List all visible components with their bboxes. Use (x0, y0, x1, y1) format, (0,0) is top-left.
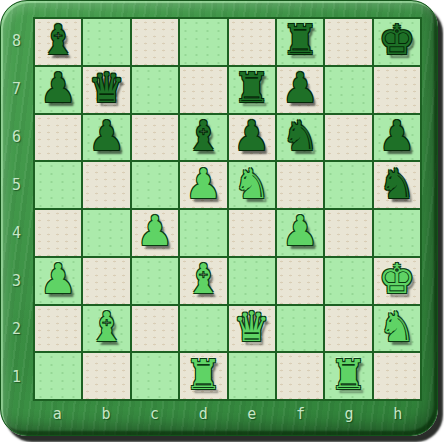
square-h5[interactable]: ♞ (374, 162, 420, 208)
file-labels: abcdefgh (33, 401, 422, 426)
square-d2[interactable] (180, 306, 226, 352)
square-d6[interactable]: ♝ (180, 115, 226, 161)
square-f2[interactable] (277, 306, 323, 352)
square-d5[interactable]: ♟ (180, 162, 226, 208)
square-a7[interactable]: ♟ (35, 67, 81, 113)
square-e2[interactable]: ♛ (229, 306, 275, 352)
black-knight[interactable]: ♞ (282, 116, 319, 157)
square-b6[interactable]: ♟ (83, 115, 129, 161)
rank-label-6: 6 (0, 113, 33, 161)
square-c2[interactable] (132, 306, 178, 352)
square-a5[interactable] (35, 162, 81, 208)
black-bishop[interactable]: ♝ (185, 116, 222, 157)
square-e6[interactable]: ♟ (229, 115, 275, 161)
square-b7[interactable]: ♛ (83, 67, 129, 113)
white-bishop[interactable]: ♝ (88, 307, 125, 348)
square-g6[interactable] (325, 115, 371, 161)
black-bishop[interactable]: ♝ (40, 20, 77, 61)
square-f1[interactable] (277, 353, 323, 399)
square-c6[interactable] (132, 115, 178, 161)
square-g5[interactable] (325, 162, 371, 208)
square-g4[interactable] (325, 210, 371, 256)
square-e4[interactable] (229, 210, 275, 256)
black-rook[interactable]: ♜ (233, 68, 270, 109)
square-a6[interactable] (35, 115, 81, 161)
square-d1[interactable]: ♜ (180, 353, 226, 399)
square-c5[interactable] (132, 162, 178, 208)
black-king[interactable]: ♚ (378, 20, 415, 61)
rank-label-7: 7 (0, 65, 33, 113)
rank-label-3: 3 (0, 257, 33, 305)
square-h4[interactable] (374, 210, 420, 256)
white-pawn[interactable]: ♟ (282, 211, 319, 252)
white-knight[interactable]: ♞ (378, 307, 415, 348)
black-pawn[interactable]: ♟ (40, 68, 77, 109)
black-rook[interactable]: ♜ (282, 20, 319, 61)
file-label-b: b (82, 401, 131, 426)
square-g1[interactable]: ♜ (325, 353, 371, 399)
square-b8[interactable] (83, 19, 129, 65)
white-knight[interactable]: ♞ (233, 164, 270, 205)
file-label-d: d (179, 401, 228, 426)
square-e3[interactable] (229, 258, 275, 304)
rank-label-2: 2 (0, 305, 33, 353)
square-b1[interactable] (83, 353, 129, 399)
square-e5[interactable]: ♞ (229, 162, 275, 208)
square-a2[interactable] (35, 306, 81, 352)
white-pawn[interactable]: ♟ (185, 164, 222, 205)
white-rook[interactable]: ♜ (330, 355, 367, 396)
square-h8[interactable]: ♚ (374, 19, 420, 65)
square-b5[interactable] (83, 162, 129, 208)
square-h6[interactable]: ♟ (374, 115, 420, 161)
chess-board[interactable]: ♝♜♚♟♛♜♟♟♝♟♞♟♟♞♞♟♟♟♝♚♝♛♞♜♜ (33, 17, 422, 401)
square-f8[interactable]: ♜ (277, 19, 323, 65)
square-h1[interactable] (374, 353, 420, 399)
square-f3[interactable] (277, 258, 323, 304)
square-f4[interactable]: ♟ (277, 210, 323, 256)
white-pawn[interactable]: ♟ (40, 259, 77, 300)
black-pawn[interactable]: ♟ (282, 68, 319, 109)
black-knight[interactable]: ♞ (378, 164, 415, 205)
file-label-g: g (325, 401, 374, 426)
square-b3[interactable] (83, 258, 129, 304)
file-label-f: f (276, 401, 325, 426)
rank-label-8: 8 (0, 17, 33, 65)
black-pawn[interactable]: ♟ (233, 116, 270, 157)
black-pawn[interactable]: ♟ (88, 116, 125, 157)
square-b2[interactable]: ♝ (83, 306, 129, 352)
rank-label-4: 4 (0, 209, 33, 257)
file-label-e: e (228, 401, 277, 426)
rank-labels: 87654321 (0, 17, 33, 401)
square-g8[interactable] (325, 19, 371, 65)
chess-board-screenshot: 87654321 ♝♜♚♟♛♜♟♟♝♟♞♟♟♞♞♟♟♟♝♚♝♛♞♜♜ abcde… (0, 0, 444, 442)
black-pawn[interactable]: ♟ (378, 116, 415, 157)
square-d3[interactable]: ♝ (180, 258, 226, 304)
square-c4[interactable]: ♟ (132, 210, 178, 256)
square-d7[interactable] (180, 67, 226, 113)
white-queen[interactable]: ♛ (233, 307, 270, 348)
square-e8[interactable] (229, 19, 275, 65)
square-b4[interactable] (83, 210, 129, 256)
white-pawn[interactable]: ♟ (137, 211, 174, 252)
white-king[interactable]: ♚ (378, 259, 415, 300)
square-g2[interactable] (325, 306, 371, 352)
square-h2[interactable]: ♞ (374, 306, 420, 352)
square-d4[interactable] (180, 210, 226, 256)
file-label-h: h (373, 401, 422, 426)
square-a8[interactable]: ♝ (35, 19, 81, 65)
square-c7[interactable] (132, 67, 178, 113)
rank-label-1: 1 (0, 353, 33, 401)
rank-label-5: 5 (0, 161, 33, 209)
white-rook[interactable]: ♜ (185, 355, 222, 396)
white-bishop[interactable]: ♝ (185, 259, 222, 300)
square-c3[interactable] (132, 258, 178, 304)
black-queen[interactable]: ♛ (88, 68, 125, 109)
square-h7[interactable] (374, 67, 420, 113)
square-f7[interactable]: ♟ (277, 67, 323, 113)
square-a4[interactable] (35, 210, 81, 256)
square-e1[interactable] (229, 353, 275, 399)
square-a1[interactable] (35, 353, 81, 399)
square-g3[interactable] (325, 258, 371, 304)
square-h3[interactable]: ♚ (374, 258, 420, 304)
square-f5[interactable] (277, 162, 323, 208)
square-f6[interactable]: ♞ (277, 115, 323, 161)
square-d8[interactable] (180, 19, 226, 65)
square-a3[interactable]: ♟ (35, 258, 81, 304)
file-label-a: a (33, 401, 82, 426)
square-c8[interactable] (132, 19, 178, 65)
square-c1[interactable] (132, 353, 178, 399)
file-label-c: c (130, 401, 179, 426)
square-e7[interactable]: ♜ (229, 67, 275, 113)
square-g7[interactable] (325, 67, 371, 113)
